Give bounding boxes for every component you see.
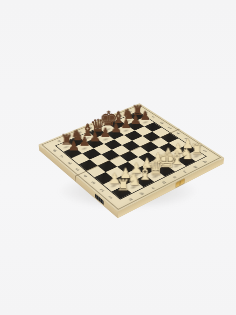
scene-3d: abcdefgh abcdefgh 87654321 87654321 ♜♞♝♛…	[0, 0, 236, 315]
black-pawn-piece: ♟	[90, 132, 101, 144]
black-pawn-piece: ♟	[140, 111, 151, 123]
black-pawn-piece: ♟	[68, 141, 80, 153]
white-rook-piece: ♜	[116, 178, 130, 193]
chess-board-grid: ♜♞♝♛♚♝♞♜♟♟♟♟♟♟♟♟♟♟♟♟♟♟♟♟♜♞♝♛♚♝♞♜	[56, 112, 205, 199]
chess-board: abcdefgh abcdefgh 87654321 87654321 ♜♞♝♛…	[39, 103, 224, 212]
black-pawn-piece: ♟	[131, 115, 142, 127]
black-pawn-piece: ♟	[121, 119, 132, 131]
black-pawn-piece: ♟	[79, 136, 91, 148]
photo-backdrop: abcdefgh abcdefgh 87654321 87654321 ♜♞♝♛…	[0, 0, 236, 315]
black-pawn-piece: ♟	[111, 123, 122, 135]
black-pawn-piece: ♟	[100, 127, 111, 139]
board-top-surface: abcdefgh abcdefgh 87654321 87654321 ♜♞♝♛…	[39, 103, 224, 212]
